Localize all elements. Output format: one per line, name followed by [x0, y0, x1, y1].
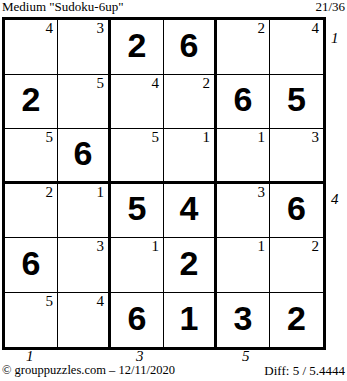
corner-mark: 1	[203, 130, 211, 145]
puzzle-title: Medium "Sudoku-6up"	[2, 0, 123, 15]
cell-r4c5[interactable]: 3	[217, 184, 270, 239]
cell-r3c3[interactable]: 5	[111, 129, 164, 184]
cell-r3c4[interactable]: 1	[164, 129, 217, 184]
corner-mark: 1	[258, 130, 266, 145]
filled-digit: 1	[180, 301, 199, 335]
cell-r3c5[interactable]: 1	[217, 129, 270, 184]
sudoku-board: 432624254265565113215436631212546132	[2, 17, 326, 350]
filled-digit: 5	[287, 82, 306, 116]
cell-r1c2[interactable]: 3	[58, 20, 111, 75]
difficulty-text: Diff: 5 / 5.4444	[264, 363, 345, 379]
cell-r3c6[interactable]: 3	[270, 129, 323, 184]
filled-digit: 2	[287, 301, 306, 335]
cell-r2c2[interactable]: 5	[58, 75, 111, 130]
corner-mark: 3	[312, 130, 320, 145]
filled-digit: 2	[22, 82, 41, 116]
corner-mark: 2	[203, 76, 211, 91]
cell-r2c5[interactable]: 6	[217, 75, 270, 130]
corner-mark: 5	[97, 76, 105, 91]
row-label-1: 1	[331, 30, 339, 47]
cell-r5c4[interactable]: 2	[164, 238, 217, 293]
progress-counter: 21/36	[315, 0, 345, 15]
cell-r6c6[interactable]: 2	[270, 293, 323, 348]
filled-digit: 6	[74, 136, 93, 170]
sudoku-page: Medium "Sudoku-6up" 21/36 43262425426556…	[0, 0, 347, 381]
filled-digit: 6	[234, 82, 253, 116]
corner-mark: 2	[258, 21, 266, 36]
cell-r1c4[interactable]: 6	[164, 20, 217, 75]
corner-mark: 5	[152, 130, 160, 145]
row-label-4: 4	[331, 191, 339, 208]
cell-r5c6[interactable]: 2	[270, 238, 323, 293]
cell-r2c3[interactable]: 4	[111, 75, 164, 130]
cell-r5c2[interactable]: 3	[58, 238, 111, 293]
filled-digit: 6	[22, 246, 41, 280]
cell-r4c6[interactable]: 6	[270, 184, 323, 239]
cell-r4c1[interactable]: 2	[5, 184, 58, 239]
cell-r5c3[interactable]: 1	[111, 238, 164, 293]
cell-r5c5[interactable]: 1	[217, 238, 270, 293]
cell-r2c1[interactable]: 2	[5, 75, 58, 130]
cell-r4c2[interactable]: 1	[58, 184, 111, 239]
cell-r2c6[interactable]: 5	[270, 75, 323, 130]
col-label-5: 5	[242, 348, 250, 365]
cell-r5c1[interactable]: 6	[5, 238, 58, 293]
corner-mark: 4	[312, 21, 320, 36]
corner-mark: 5	[46, 130, 54, 145]
cell-r6c2[interactable]: 4	[58, 293, 111, 348]
cell-r6c3[interactable]: 6	[111, 293, 164, 348]
corner-mark: 4	[46, 21, 54, 36]
filled-digit: 2	[128, 28, 147, 62]
cell-r1c3[interactable]: 2	[111, 20, 164, 75]
filled-digit: 6	[287, 191, 306, 225]
copyright-text: © grouppuzzles.com – 12/11/2020	[2, 363, 175, 378]
cell-r2c4[interactable]: 2	[164, 75, 217, 130]
filled-digit: 6	[180, 28, 199, 62]
cell-r1c5[interactable]: 2	[217, 20, 270, 75]
cell-r3c2[interactable]: 6	[58, 129, 111, 184]
cell-r6c5[interactable]: 3	[217, 293, 270, 348]
corner-mark: 5	[46, 294, 54, 309]
corner-mark: 1	[258, 239, 266, 254]
corner-mark: 2	[46, 185, 54, 200]
cell-r1c6[interactable]: 4	[270, 20, 323, 75]
corner-mark: 2	[312, 239, 320, 254]
cell-r4c4[interactable]: 4	[164, 184, 217, 239]
corner-mark: 1	[97, 185, 105, 200]
cell-r6c1[interactable]: 5	[5, 293, 58, 348]
filled-digit: 2	[180, 246, 199, 280]
corner-mark: 4	[152, 76, 160, 91]
cell-r4c3[interactable]: 5	[111, 184, 164, 239]
filled-digit: 5	[128, 191, 147, 225]
corner-mark: 4	[97, 294, 105, 309]
cell-r3c1[interactable]: 5	[5, 129, 58, 184]
filled-digit: 4	[180, 191, 199, 225]
corner-mark: 3	[97, 239, 105, 254]
corner-mark: 3	[258, 185, 266, 200]
corner-mark: 3	[97, 21, 105, 36]
cell-r1c1[interactable]: 4	[5, 20, 58, 75]
cell-r6c4[interactable]: 1	[164, 293, 217, 348]
filled-digit: 3	[234, 301, 253, 335]
corner-mark: 1	[152, 239, 160, 254]
filled-digit: 6	[128, 301, 147, 335]
